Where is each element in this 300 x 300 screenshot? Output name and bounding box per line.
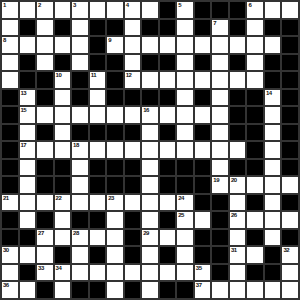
white-cell-r8c7[interactable]	[125, 142, 141, 158]
white-cell-r6c12[interactable]	[212, 107, 228, 123]
black-cell-r8c14	[247, 142, 263, 158]
black-cell-r0c9	[160, 2, 176, 18]
white-cell-r12c15[interactable]	[265, 212, 281, 228]
black-cell-r1c15	[265, 20, 281, 36]
black-cell-r9c13	[230, 160, 246, 176]
black-cell-r1c9	[160, 20, 176, 36]
clue-number-20: 20	[231, 177, 237, 184]
white-cell-r9c15[interactable]	[265, 160, 281, 176]
white-cell-r6c2[interactable]	[37, 107, 53, 123]
black-cell-r14c3	[55, 247, 71, 263]
black-cell-r1c5	[90, 20, 106, 36]
black-cell-r9c2	[37, 160, 53, 176]
white-cell-r14c4[interactable]	[72, 247, 88, 263]
white-cell-r16c0[interactable]: 36	[2, 282, 18, 298]
white-cell-r11c1[interactable]	[20, 195, 36, 211]
white-cell-r11c8[interactable]	[142, 195, 158, 211]
white-cell-r13c13[interactable]	[230, 230, 246, 246]
black-cell-r13c0	[2, 230, 18, 246]
white-cell-r3c2[interactable]	[37, 55, 53, 71]
white-cell-r15c11[interactable]: 35	[195, 265, 211, 281]
white-cell-r4c10[interactable]	[177, 72, 193, 88]
white-cell-r13c4[interactable]: 28	[72, 230, 88, 246]
black-cell-r9c11	[195, 160, 211, 176]
black-cell-r6c13	[230, 107, 246, 123]
white-cell-r16c14[interactable]	[247, 282, 263, 298]
white-cell-r8c1[interactable]: 17	[20, 142, 36, 158]
black-cell-r9c9	[160, 160, 176, 176]
clue-number-4: 4	[126, 2, 129, 9]
white-cell-r12c11[interactable]	[195, 212, 211, 228]
white-cell-r14c16[interactable]: 32	[282, 247, 298, 263]
white-cell-r11c2[interactable]	[37, 195, 53, 211]
white-cell-r6c3[interactable]	[55, 107, 71, 123]
black-cell-r1c16	[282, 20, 298, 36]
black-cell-r13c7	[125, 230, 141, 246]
white-cell-r15c4[interactable]	[72, 265, 88, 281]
black-cell-r6c14	[247, 107, 263, 123]
clue-number-25: 25	[178, 212, 184, 219]
black-cell-r15c15	[265, 265, 281, 281]
white-cell-r7c12[interactable]	[212, 125, 228, 141]
white-cell-r5c10[interactable]	[177, 90, 193, 106]
white-cell-r1c7[interactable]	[125, 20, 141, 36]
black-cell-r7c0	[2, 125, 18, 141]
white-cell-r7c8[interactable]	[142, 125, 158, 141]
black-cell-r2c5	[90, 37, 106, 53]
clue-number-23: 23	[108, 195, 114, 202]
white-cell-r4c9[interactable]	[160, 72, 176, 88]
white-cell-r7c15[interactable]	[265, 125, 281, 141]
white-cell-r0c8[interactable]	[142, 2, 158, 18]
white-cell-r13c8[interactable]: 29	[142, 230, 158, 246]
white-cell-r5c3[interactable]	[55, 90, 71, 106]
black-cell-r5c14	[247, 90, 263, 106]
clue-number-15: 15	[21, 107, 27, 114]
white-cell-r14c13[interactable]: 31	[230, 247, 246, 263]
white-cell-r11c10[interactable]: 24	[177, 195, 193, 211]
black-cell-r12c7	[125, 212, 141, 228]
white-cell-r0c6[interactable]	[107, 2, 123, 18]
black-cell-r9c6	[107, 160, 123, 176]
clue-number-5: 5	[178, 2, 181, 9]
white-cell-r13c9[interactable]	[160, 230, 176, 246]
black-cell-r9c0	[2, 160, 18, 176]
white-cell-r8c12[interactable]	[212, 142, 228, 158]
black-cell-r5c9	[160, 90, 176, 106]
black-cell-r5c4	[72, 90, 88, 106]
white-cell-r11c5[interactable]	[90, 195, 106, 211]
black-cell-r14c11	[195, 247, 211, 263]
black-cell-r9c7	[125, 160, 141, 176]
white-cell-r16c16[interactable]	[282, 282, 298, 298]
white-cell-r13c3[interactable]	[55, 230, 71, 246]
black-cell-r10c10	[177, 177, 193, 193]
black-cell-r14c15	[265, 247, 281, 263]
white-cell-r3c4[interactable]	[72, 55, 88, 71]
black-cell-r13c14	[247, 230, 263, 246]
white-cell-r16c3[interactable]	[55, 282, 71, 298]
black-cell-r11c16	[282, 195, 298, 211]
white-cell-r0c2[interactable]: 2	[37, 2, 53, 18]
white-cell-r1c0[interactable]	[2, 20, 18, 36]
white-cell-r13c10[interactable]	[177, 230, 193, 246]
white-cell-r13c15[interactable]	[265, 230, 281, 246]
white-cell-r4c0[interactable]	[2, 72, 18, 88]
white-cell-r14c0[interactable]: 30	[2, 247, 18, 263]
black-cell-r5c11	[195, 90, 211, 106]
white-cell-r4c12[interactable]	[212, 72, 228, 88]
white-cell-r15c8[interactable]	[142, 265, 158, 281]
black-cell-r3c9	[160, 55, 176, 71]
white-cell-r12c6[interactable]	[107, 212, 123, 228]
white-cell-r3c10[interactable]	[177, 55, 193, 71]
white-cell-r11c3[interactable]: 22	[55, 195, 71, 211]
white-cell-r6c11[interactable]	[195, 107, 211, 123]
white-cell-r8c8[interactable]	[142, 142, 158, 158]
white-cell-r2c0[interactable]: 8	[2, 37, 18, 53]
black-cell-r8c16	[282, 142, 298, 158]
black-cell-r14c9	[160, 247, 176, 263]
black-cell-r5c16	[282, 90, 298, 106]
white-cell-r11c6[interactable]: 23	[107, 195, 123, 211]
black-cell-r12c4	[72, 212, 88, 228]
black-cell-r10c9	[160, 177, 176, 193]
white-cell-r15c6[interactable]	[107, 265, 123, 281]
black-cell-r11c11	[195, 195, 211, 211]
black-cell-r13c1	[20, 230, 36, 246]
white-cell-r2c11[interactable]	[195, 37, 211, 53]
white-cell-r12c3[interactable]	[55, 212, 71, 228]
white-cell-r8c15[interactable]	[265, 142, 281, 158]
white-cell-r2c4[interactable]	[72, 37, 88, 53]
black-cell-r16c7	[125, 282, 141, 298]
clue-number-11: 11	[91, 72, 96, 79]
white-cell-r9c4[interactable]	[72, 160, 88, 176]
black-cell-r14c7	[125, 247, 141, 263]
black-cell-r4c16	[282, 72, 298, 88]
black-cell-r10c11	[195, 177, 211, 193]
black-cell-r9c3	[55, 160, 71, 176]
black-cell-r3c13	[230, 55, 246, 71]
white-cell-r15c0[interactable]	[2, 265, 18, 281]
white-cell-r1c10[interactable]	[177, 20, 193, 36]
black-cell-r10c7	[125, 177, 141, 193]
white-cell-r3c14[interactable]	[247, 55, 263, 71]
white-cell-r6c7[interactable]	[125, 107, 141, 123]
white-cell-r12c8[interactable]	[142, 212, 158, 228]
clue-number-30: 30	[3, 247, 9, 254]
white-cell-r15c10[interactable]	[177, 265, 193, 281]
white-cell-r7c3[interactable]	[55, 125, 71, 141]
black-cell-r1c13	[230, 20, 246, 36]
white-cell-r2c8[interactable]	[142, 37, 158, 53]
white-cell-r12c14[interactable]	[247, 212, 263, 228]
white-cell-r11c9[interactable]	[160, 195, 176, 211]
white-cell-r5c5[interactable]	[90, 90, 106, 106]
white-cell-r2c9[interactable]	[160, 37, 176, 53]
clue-number-2: 2	[38, 2, 41, 9]
white-cell-r5c12[interactable]	[212, 90, 228, 106]
white-cell-r4c8[interactable]	[142, 72, 158, 88]
clue-number-29: 29	[143, 230, 149, 237]
white-cell-r8c11[interactable]	[195, 142, 211, 158]
white-cell-r15c2[interactable]: 33	[37, 265, 53, 281]
clue-number-9: 9	[108, 37, 111, 44]
white-cell-r4c7[interactable]: 12	[125, 72, 141, 88]
white-cell-r0c14[interactable]: 6	[247, 2, 263, 18]
black-cell-r3c1	[20, 55, 36, 71]
clue-number-33: 33	[38, 265, 44, 272]
white-cell-r10c14[interactable]	[247, 177, 263, 193]
white-cell-r4c11[interactable]	[195, 72, 211, 88]
white-cell-r6c1[interactable]: 15	[20, 107, 36, 123]
clue-number-16: 16	[143, 107, 149, 114]
black-cell-r15c12	[212, 265, 228, 281]
clue-number-35: 35	[196, 265, 202, 272]
white-cell-r14c10[interactable]	[177, 247, 193, 263]
black-cell-r10c2	[37, 177, 53, 193]
white-cell-r3c12[interactable]	[212, 55, 228, 71]
black-cell-r9c16	[282, 160, 298, 176]
black-cell-r12c0	[2, 212, 18, 228]
black-cell-r15c1	[20, 265, 36, 281]
black-cell-r8c0	[2, 142, 18, 158]
white-cell-r2c7[interactable]	[125, 37, 141, 53]
white-cell-r2c14[interactable]	[247, 37, 263, 53]
clue-number-26: 26	[231, 212, 237, 219]
white-cell-r6c5[interactable]	[90, 107, 106, 123]
clue-number-32: 32	[283, 247, 289, 254]
clue-number-28: 28	[73, 230, 79, 237]
white-cell-r13c5[interactable]	[90, 230, 106, 246]
white-cell-r11c7[interactable]	[125, 195, 141, 211]
white-cell-r1c4[interactable]	[72, 20, 88, 36]
white-cell-r14c6[interactable]	[107, 247, 123, 263]
white-cell-r6c10[interactable]	[177, 107, 193, 123]
white-cell-r8c13[interactable]	[230, 142, 246, 158]
black-cell-r3c16	[282, 55, 298, 71]
white-cell-r14c8[interactable]	[142, 247, 158, 263]
white-cell-r15c3[interactable]: 34	[55, 265, 71, 281]
white-cell-r1c12[interactable]: 7	[212, 20, 228, 36]
white-cell-r16c1[interactable]	[20, 282, 36, 298]
white-cell-r12c10[interactable]: 25	[177, 212, 193, 228]
white-cell-r15c9[interactable]	[160, 265, 176, 281]
black-cell-r10c5	[90, 177, 106, 193]
white-cell-r13c6[interactable]	[107, 230, 123, 246]
white-cell-r2c10[interactable]	[177, 37, 193, 53]
black-cell-r10c6	[107, 177, 123, 193]
black-cell-r1c3	[55, 20, 71, 36]
white-cell-r10c8[interactable]	[142, 177, 158, 193]
black-cell-r16c10	[177, 282, 193, 298]
white-cell-r0c15[interactable]	[265, 2, 281, 18]
white-cell-r0c1[interactable]	[20, 2, 36, 18]
white-cell-r2c15[interactable]	[265, 37, 281, 53]
white-cell-r3c7[interactable]	[125, 55, 141, 71]
white-cell-r0c3[interactable]	[55, 2, 71, 18]
white-cell-r2c3[interactable]	[55, 37, 71, 53]
white-cell-r15c5[interactable]	[90, 265, 106, 281]
black-cell-r12c9	[160, 212, 176, 228]
white-cell-r12c1[interactable]	[20, 212, 36, 228]
white-cell-r6c15[interactable]	[265, 107, 281, 123]
white-cell-r3c0[interactable]	[2, 55, 18, 71]
black-cell-r3c6	[107, 55, 123, 71]
white-cell-r0c7[interactable]: 4	[125, 2, 141, 18]
black-cell-r9c14	[247, 160, 263, 176]
white-cell-r2c2[interactable]	[37, 37, 53, 53]
black-cell-r4c4	[72, 72, 88, 88]
white-cell-r4c14[interactable]	[247, 72, 263, 88]
black-cell-r3c11	[195, 55, 211, 71]
clue-number-27: 27	[38, 230, 44, 237]
black-cell-r11c14	[247, 195, 263, 211]
white-cell-r6c8[interactable]: 16	[142, 107, 158, 123]
black-cell-r7c11	[195, 125, 211, 141]
white-cell-r5c15[interactable]: 14	[265, 90, 281, 106]
clue-number-36: 36	[3, 282, 9, 289]
clue-number-10: 10	[56, 72, 62, 79]
white-cell-r0c4[interactable]: 3	[72, 2, 88, 18]
white-cell-r12c13[interactable]: 26	[230, 212, 246, 228]
black-cell-r2c16	[282, 37, 298, 53]
white-cell-r13c2[interactable]: 27	[37, 230, 53, 246]
white-cell-r9c12[interactable]	[212, 160, 228, 176]
black-cell-r3c15	[265, 55, 281, 71]
white-cell-r10c16[interactable]	[282, 177, 298, 193]
white-cell-r10c1[interactable]	[20, 177, 36, 193]
black-cell-r3c5	[90, 55, 106, 71]
white-cell-r1c2[interactable]	[37, 20, 53, 36]
white-cell-r0c10[interactable]: 5	[177, 2, 193, 18]
white-cell-r16c12[interactable]	[212, 282, 228, 298]
black-cell-r0c12	[212, 2, 228, 18]
black-cell-r7c5	[90, 125, 106, 141]
black-cell-r16c9	[160, 282, 176, 298]
white-cell-r10c12[interactable]: 19	[212, 177, 228, 193]
black-cell-r6c0	[2, 107, 18, 123]
black-cell-r12c12	[212, 212, 228, 228]
black-cell-r11c12	[212, 195, 228, 211]
white-cell-r8c6[interactable]	[107, 142, 123, 158]
white-cell-r2c12[interactable]	[212, 37, 228, 53]
black-cell-r12c2	[37, 212, 53, 228]
white-cell-r14c1[interactable]	[20, 247, 36, 263]
white-cell-r4c13[interactable]	[230, 72, 246, 88]
white-cell-r12c16[interactable]	[282, 212, 298, 228]
black-cell-r1c6	[107, 20, 123, 36]
white-cell-r4c5[interactable]: 11	[90, 72, 106, 88]
white-cell-r0c0[interactable]: 1	[2, 2, 18, 18]
black-cell-r16c5	[90, 282, 106, 298]
black-cell-r7c9	[160, 125, 176, 141]
clue-number-24: 24	[178, 195, 184, 202]
white-cell-r9c8[interactable]	[142, 160, 158, 176]
white-cell-r5c1[interactable]: 13	[20, 90, 36, 106]
white-cell-r2c6[interactable]: 9	[107, 37, 123, 53]
clue-number-17: 17	[21, 142, 27, 149]
clue-number-34: 34	[56, 265, 62, 272]
white-cell-r0c5[interactable]	[90, 2, 106, 18]
white-cell-r8c10[interactable]	[177, 142, 193, 158]
white-cell-r8c4[interactable]: 18	[72, 142, 88, 158]
black-cell-r16c4	[72, 282, 88, 298]
black-cell-r13c12	[212, 230, 228, 246]
white-cell-r11c15[interactable]	[265, 195, 281, 211]
white-cell-r10c15[interactable]	[265, 177, 281, 193]
white-cell-r0c16[interactable]	[282, 2, 298, 18]
black-cell-r7c6	[107, 125, 123, 141]
white-cell-r7c10[interactable]	[177, 125, 193, 141]
white-cell-r11c13[interactable]	[230, 195, 246, 211]
black-cell-r5c8	[142, 90, 158, 106]
black-cell-r5c6	[107, 90, 123, 106]
clue-number-18: 18	[73, 142, 79, 149]
white-cell-r8c3[interactable]	[55, 142, 71, 158]
clue-number-19: 19	[213, 177, 219, 184]
white-cell-r2c1[interactable]	[20, 37, 36, 53]
white-cell-r2c13[interactable]	[230, 37, 246, 53]
white-cell-r15c16[interactable]	[282, 265, 298, 281]
crossword-board: 1234567891011121314151617181920212223242…	[0, 0, 300, 300]
white-cell-r6c9[interactable]	[160, 107, 176, 123]
black-cell-r7c13	[230, 125, 246, 141]
white-cell-r1c14[interactable]	[247, 20, 263, 36]
white-cell-r11c4[interactable]	[72, 195, 88, 211]
white-cell-r10c13[interactable]: 20	[230, 177, 246, 193]
black-cell-r10c0	[2, 177, 18, 193]
clue-number-1: 1	[3, 2, 6, 9]
white-cell-r11c0[interactable]: 21	[2, 195, 18, 211]
black-cell-r5c13	[230, 90, 246, 106]
black-cell-r7c14	[247, 125, 263, 141]
white-cell-r4c3[interactable]: 10	[55, 72, 71, 88]
black-cell-r5c0	[2, 90, 18, 106]
clue-number-3: 3	[73, 2, 76, 9]
white-cell-r16c15[interactable]	[265, 282, 281, 298]
crossword-puzzle: 1234567891011121314151617181920212223242…	[0, 0, 300, 300]
black-cell-r12c5	[90, 212, 106, 228]
white-cell-r10c4[interactable]	[72, 177, 88, 193]
white-cell-r16c6[interactable]	[107, 282, 123, 298]
clue-number-8: 8	[3, 37, 6, 44]
clue-number-12: 12	[126, 72, 132, 79]
black-cell-r0c13	[230, 2, 246, 18]
white-cell-r14c2[interactable]	[37, 247, 53, 263]
black-cell-r1c11	[195, 20, 211, 36]
black-cell-r4c15	[265, 72, 281, 88]
white-cell-r14c14[interactable]	[247, 247, 263, 263]
white-cell-r15c13[interactable]	[230, 265, 246, 281]
clue-number-14: 14	[266, 90, 272, 97]
black-cell-r16c2	[37, 282, 53, 298]
white-cell-r8c5[interactable]	[90, 142, 106, 158]
white-cell-r7c1[interactable]	[20, 125, 36, 141]
white-cell-r16c8[interactable]	[142, 282, 158, 298]
white-cell-r9c1[interactable]	[20, 160, 36, 176]
white-cell-r15c7[interactable]	[125, 265, 141, 281]
clue-number-22: 22	[56, 195, 62, 202]
white-cell-r6c4[interactable]	[72, 107, 88, 123]
white-cell-r6c6[interactable]	[107, 107, 123, 123]
white-cell-r16c11[interactable]: 37	[195, 282, 211, 298]
black-cell-r10c3	[55, 177, 71, 193]
white-cell-r8c9[interactable]	[160, 142, 176, 158]
white-cell-r16c13[interactable]	[230, 282, 246, 298]
white-cell-r8c2[interactable]	[37, 142, 53, 158]
